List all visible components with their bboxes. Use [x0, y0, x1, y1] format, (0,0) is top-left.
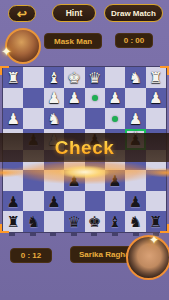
- square-r8c6[interactable]: ♝: [105, 211, 125, 232]
- square-r2c1[interactable]: [3, 88, 23, 109]
- white-knight-piece: ♞: [47, 111, 60, 126]
- square-r1c7[interactable]: ♞: [125, 67, 145, 88]
- opponent-clock-value: 0 : 00: [124, 36, 144, 45]
- sparkle-icon: ✦: [1, 44, 12, 59]
- square-r7c2[interactable]: [23, 191, 43, 212]
- square-r2c7[interactable]: [125, 88, 145, 109]
- square-r2c8[interactable]: ♟: [146, 88, 166, 109]
- square-r3c1[interactable]: ♟: [3, 108, 23, 129]
- square-r6c2[interactable]: [23, 170, 43, 191]
- square-r3c5[interactable]: [85, 108, 105, 129]
- white-king-piece: ♚: [68, 70, 81, 85]
- square-r1c4[interactable]: ♚: [64, 67, 84, 88]
- square-r3c8[interactable]: [146, 108, 166, 129]
- square-r3c4[interactable]: [64, 108, 84, 129]
- back-button[interactable]: ↩: [8, 5, 36, 22]
- board-corner-bracket-icon: [160, 66, 169, 75]
- square-r3c6[interactable]: [105, 108, 125, 129]
- white-knight-piece: ♞: [129, 70, 142, 85]
- white-queen-piece: ♛: [88, 70, 101, 85]
- black-knight-piece: ♞: [27, 214, 40, 229]
- square-r8c5[interactable]: ♚: [85, 211, 105, 232]
- black-pawn-piece: ♟: [129, 194, 142, 209]
- black-bishop-piece: ♝: [108, 214, 121, 229]
- square-r7c5[interactable]: [85, 191, 105, 212]
- square-r7c8[interactable]: [146, 191, 166, 212]
- hint-button-label: Hint: [66, 8, 83, 18]
- white-bishop-piece: ♝: [47, 70, 60, 85]
- square-r7c6[interactable]: [105, 191, 125, 212]
- square-r6c5[interactable]: [85, 170, 105, 191]
- square-r7c7[interactable]: ♟: [125, 191, 145, 212]
- white-pawn-piece: ♟: [47, 90, 60, 105]
- square-r8c2[interactable]: ♞: [23, 211, 43, 232]
- black-pawn-piece: ♟: [68, 173, 81, 188]
- black-pawn-piece: ♟: [108, 173, 121, 188]
- player-avatar: [126, 235, 169, 280]
- square-r3c3[interactable]: ♞: [44, 108, 64, 129]
- square-r6c7[interactable]: [125, 170, 145, 191]
- square-r7c4[interactable]: [64, 191, 84, 212]
- white-pawn-piece: ♟: [108, 90, 121, 105]
- hint-button[interactable]: Hint: [52, 4, 96, 22]
- player-clock: 0 : 12: [10, 248, 52, 263]
- square-r8c4[interactable]: ♛: [64, 211, 84, 232]
- sparkle-icon: ✦: [149, 233, 159, 247]
- square-r8c3[interactable]: [44, 211, 64, 232]
- back-arrow-icon: ↩: [17, 7, 27, 21]
- black-pawn-piece: ♟: [6, 194, 19, 209]
- square-r7c1[interactable]: ♟: [3, 191, 23, 212]
- opponent-clock: 0 : 00: [115, 33, 153, 48]
- square-r2c2[interactable]: [23, 88, 43, 109]
- black-queen-piece: ♛: [68, 214, 81, 229]
- black-king-piece: ♚: [88, 214, 101, 229]
- square-r2c3[interactable]: ♟: [44, 88, 64, 109]
- square-r1c3[interactable]: ♝: [44, 67, 64, 88]
- white-pawn-piece: ♟: [149, 90, 162, 105]
- chess-app-screen: ↩ Hint Draw Match ✦ Mask Man 0 : 00 ♜♝♚♛…: [0, 0, 169, 300]
- square-r3c2[interactable]: [23, 108, 43, 129]
- square-r6c1[interactable]: [3, 170, 23, 191]
- black-pawn-piece: ♟: [47, 194, 60, 209]
- square-r2c4[interactable]: ♟: [64, 88, 84, 109]
- move-hint-dot: [92, 95, 98, 101]
- square-r1c5[interactable]: ♛: [85, 67, 105, 88]
- check-banner-text: Check: [55, 137, 115, 159]
- white-pawn-piece: ♟: [6, 111, 19, 126]
- square-r7c3[interactable]: ♟: [44, 191, 64, 212]
- board-corner-bracket-icon: [0, 224, 9, 233]
- square-r6c3[interactable]: [44, 170, 64, 191]
- move-hint-dot: [112, 116, 118, 122]
- draw-match-button-label: Draw Match: [111, 9, 156, 18]
- square-r8c7[interactable]: ♞: [125, 211, 145, 232]
- square-r2c5[interactable]: [85, 88, 105, 109]
- board-corner-bracket-icon: [0, 66, 9, 75]
- square-r2c6[interactable]: ♟: [105, 88, 125, 109]
- opponent-name: Mask Man: [54, 37, 92, 46]
- square-r3c7[interactable]: ♟: [125, 108, 145, 129]
- black-knight-piece: ♞: [129, 214, 142, 229]
- check-banner: Check: [0, 133, 169, 162]
- square-r1c2[interactable]: [23, 67, 43, 88]
- board-corner-bracket-icon: [160, 224, 169, 233]
- opponent-name-badge: Mask Man: [44, 33, 102, 49]
- square-r6c8[interactable]: [146, 170, 166, 191]
- white-pawn-piece: ♟: [129, 111, 142, 126]
- square-r6c4[interactable]: ♟: [64, 170, 84, 191]
- player-clock-value: 0 : 12: [21, 251, 41, 260]
- draw-match-button[interactable]: Draw Match: [104, 4, 163, 22]
- white-pawn-piece: ♟: [68, 90, 81, 105]
- square-r6c6[interactable]: ♟: [105, 170, 125, 191]
- square-r1c6[interactable]: [105, 67, 125, 88]
